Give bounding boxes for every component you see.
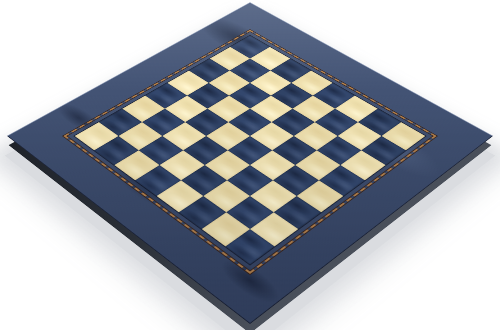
square-e2 [181,165,227,196]
square-h7 [361,136,406,165]
square-g3 [250,180,297,212]
square-g5 [295,150,340,180]
square-d2 [160,150,205,180]
square-f1 [179,196,226,229]
square-d3 [183,136,228,165]
square-g2 [226,196,273,229]
square-g4 [273,165,319,196]
square-g1 [202,212,250,246]
chess-board [7,2,493,324]
square-h4 [297,180,344,212]
square-f2 [203,180,250,212]
square-e3 [205,150,250,180]
square-e4 [228,136,273,165]
square-b1 [94,136,139,165]
square-g6 [317,136,362,165]
square-c2 [139,136,184,165]
square-e1 [157,180,204,212]
square-h3 [274,196,321,229]
square-h2 [250,212,298,246]
square-f5 [272,136,317,165]
product-photo-background [0,0,500,330]
board-top-face [7,2,493,324]
square-f4 [250,150,295,180]
square-h1 [225,229,274,264]
square-h6 [340,150,385,180]
square-c1 [114,150,159,180]
square-f3 [227,165,273,196]
square-h5 [319,165,365,196]
square-d1 [135,165,181,196]
